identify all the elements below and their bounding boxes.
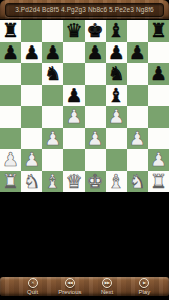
play-button-label: Play [139, 289, 151, 295]
black-rook-piece[interactable]: ♜ [150, 21, 167, 40]
square-a5[interactable] [0, 85, 21, 107]
square-d2[interactable] [63, 149, 84, 171]
square-a6[interactable] [0, 63, 21, 85]
square-a2[interactable]: ♟ [0, 149, 21, 171]
chess-board[interactable]: ♜♛♚♝♜♟♟♟♟♟♟♞♞♟♟♝♟♟♟♟♟♟♟♟♜♞♝♛♚♝♞♜ [0, 20, 169, 192]
square-g7[interactable]: ♟ [127, 42, 148, 64]
black-knight-piece[interactable]: ♞ [44, 64, 61, 83]
previous-rewind-icon: ◀◀ [65, 278, 75, 288]
square-d6[interactable] [63, 63, 84, 85]
play-icon: ▶ [139, 278, 149, 288]
square-e1[interactable]: ♚ [85, 171, 106, 193]
white-rook-piece[interactable]: ♜ [150, 171, 167, 190]
white-pawn-piece[interactable]: ♟ [23, 150, 40, 169]
square-d5[interactable]: ♟ [63, 85, 84, 107]
white-pawn-piece[interactable]: ♟ [44, 128, 61, 147]
white-king-piece[interactable]: ♚ [87, 171, 104, 190]
square-a3[interactable] [0, 128, 21, 150]
square-b7[interactable]: ♟ [21, 42, 42, 64]
white-queen-piece[interactable]: ♛ [65, 171, 82, 190]
square-b5[interactable] [21, 85, 42, 107]
square-d1[interactable]: ♛ [63, 171, 84, 193]
square-c7[interactable]: ♟ [42, 42, 63, 64]
square-c6[interactable]: ♞ [42, 63, 63, 85]
square-g3[interactable]: ♟ [127, 128, 148, 150]
square-g2[interactable] [127, 149, 148, 171]
square-h4[interactable] [148, 106, 169, 128]
move-notation-text: 3.Pd2d4 Bc8f5 4.Pg2g3 Nb8c6 5.Pe2e3 Ng8f… [15, 6, 154, 13]
square-e2[interactable] [85, 149, 106, 171]
white-rook-piece[interactable]: ♜ [2, 171, 19, 190]
black-rook-piece[interactable]: ♜ [2, 21, 19, 40]
square-f8[interactable]: ♝ [106, 20, 127, 42]
black-pawn-piece[interactable]: ♟ [129, 42, 146, 61]
white-pawn-piece[interactable]: ♟ [87, 128, 104, 147]
square-a7[interactable]: ♟ [0, 42, 21, 64]
previous-button[interactable]: ◀◀Previous [57, 278, 83, 295]
quit-button[interactable]: ✕Quit [20, 278, 46, 295]
move-notation-display: 3.Pd2d4 Bc8f5 4.Pg2g3 Nb8c6 5.Pe2e3 Ng8f… [5, 3, 164, 17]
white-pawn-piece[interactable]: ♟ [2, 150, 19, 169]
black-pawn-piece[interactable]: ♟ [108, 42, 125, 61]
white-knight-piece[interactable]: ♞ [23, 171, 40, 190]
square-d3[interactable] [63, 128, 84, 150]
square-f2[interactable] [106, 149, 127, 171]
square-e5[interactable] [85, 85, 106, 107]
square-h6[interactable]: ♟ [148, 63, 169, 85]
square-b6[interactable] [21, 63, 42, 85]
playback-toolbar: ✕Quit◀◀Previous▶▶Next▶Play [0, 277, 169, 296]
black-queen-piece[interactable]: ♛ [65, 21, 82, 40]
square-h7[interactable] [148, 42, 169, 64]
move-notation-bar: 3.Pd2d4 Bc8f5 4.Pg2g3 Nb8c6 5.Pe2e3 Ng8f… [0, 0, 169, 19]
black-knight-piece[interactable]: ♞ [108, 64, 125, 83]
square-d7[interactable] [63, 42, 84, 64]
square-c2[interactable] [42, 149, 63, 171]
square-e3[interactable]: ♟ [85, 128, 106, 150]
square-h8[interactable]: ♜ [148, 20, 169, 42]
square-a1[interactable]: ♜ [0, 171, 21, 193]
white-knight-piece[interactable]: ♞ [129, 171, 146, 190]
square-e7[interactable]: ♟ [85, 42, 106, 64]
black-pawn-piece[interactable]: ♟ [150, 64, 167, 83]
square-g1[interactable]: ♞ [127, 171, 148, 193]
square-c3[interactable]: ♟ [42, 128, 63, 150]
white-pawn-piece[interactable]: ♟ [65, 107, 82, 126]
square-f7[interactable]: ♟ [106, 42, 127, 64]
square-e6[interactable] [85, 63, 106, 85]
square-c8[interactable] [42, 20, 63, 42]
black-bishop-piece[interactable]: ♝ [108, 85, 125, 104]
square-g4[interactable] [127, 106, 148, 128]
play-button[interactable]: ▶Play [131, 278, 157, 295]
white-pawn-piece[interactable]: ♟ [108, 107, 125, 126]
square-h1[interactable]: ♜ [148, 171, 169, 193]
black-pawn-piece[interactable]: ♟ [2, 42, 19, 61]
quit-x-circle-icon: ✕ [28, 278, 38, 288]
square-g8[interactable] [127, 20, 148, 42]
black-pawn-piece[interactable]: ♟ [23, 42, 40, 61]
square-d8[interactable]: ♛ [63, 20, 84, 42]
square-g5[interactable] [127, 85, 148, 107]
next-button-label: Next [101, 289, 113, 295]
square-h2[interactable]: ♟ [148, 149, 169, 171]
square-b1[interactable]: ♞ [21, 171, 42, 193]
square-f3[interactable] [106, 128, 127, 150]
white-pawn-piece[interactable]: ♟ [129, 128, 146, 147]
black-pawn-piece[interactable]: ♟ [87, 42, 104, 61]
square-b4[interactable] [21, 106, 42, 128]
square-e4[interactable] [85, 106, 106, 128]
black-pawn-piece[interactable]: ♟ [65, 85, 82, 104]
square-c1[interactable]: ♝ [42, 171, 63, 193]
quit-button-label: Quit [27, 289, 38, 295]
square-d4[interactable]: ♟ [63, 106, 84, 128]
black-pawn-piece[interactable]: ♟ [44, 42, 61, 61]
white-bishop-piece[interactable]: ♝ [44, 171, 61, 190]
square-f1[interactable]: ♝ [106, 171, 127, 193]
square-h5[interactable] [148, 85, 169, 107]
square-g6[interactable] [127, 63, 148, 85]
white-bishop-piece[interactable]: ♝ [108, 171, 125, 190]
square-b2[interactable]: ♟ [21, 149, 42, 171]
next-button[interactable]: ▶▶Next [94, 278, 120, 295]
square-f4[interactable]: ♟ [106, 106, 127, 128]
square-a4[interactable] [0, 106, 21, 128]
black-bishop-piece[interactable]: ♝ [108, 21, 125, 40]
square-b3[interactable] [21, 128, 42, 150]
previous-button-label: Previous [58, 289, 81, 295]
square-b8[interactable] [21, 20, 42, 42]
square-c4[interactable] [42, 106, 63, 128]
square-f5[interactable]: ♝ [106, 85, 127, 107]
chess-app-screen: { "game": "chess", "position": "r2qkb1r/… [0, 0, 169, 300]
next-fastforward-icon: ▶▶ [102, 278, 112, 288]
black-king-piece[interactable]: ♚ [87, 21, 104, 40]
square-e8[interactable]: ♚ [85, 20, 106, 42]
square-h3[interactable] [148, 128, 169, 150]
square-a8[interactable]: ♜ [0, 20, 21, 42]
square-f6[interactable]: ♞ [106, 63, 127, 85]
square-c5[interactable] [42, 85, 63, 107]
white-pawn-piece[interactable]: ♟ [150, 150, 167, 169]
